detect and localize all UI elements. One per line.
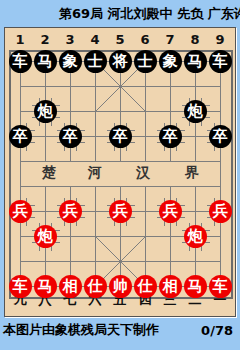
piece-glyph: 兵 (113, 204, 128, 219)
piece-glyph: 卒 (163, 129, 178, 144)
piece-glyph: 马 (188, 54, 203, 69)
piece-glyph: 相 (163, 279, 178, 294)
piece-glyph: 相 (63, 279, 78, 294)
footer-bar: 本图片由象棋残局天下制作 0/78 (0, 320, 240, 340)
piece-glyph: 兵 (13, 204, 28, 219)
piece-glyph: 兵 (63, 204, 78, 219)
red-piece: 马 (184, 275, 207, 298)
red-piece: 相 (159, 275, 182, 298)
red-piece: 相 (59, 275, 82, 298)
frame-counter: 0/78 (201, 323, 233, 338)
red-piece: 马 (34, 275, 57, 298)
red-piece: 兵 (9, 200, 32, 223)
piece-glyph: 士 (88, 54, 103, 69)
piece-glyph: 马 (38, 279, 53, 294)
piece-glyph: 卒 (63, 129, 78, 144)
piece-glyph: 车 (13, 279, 28, 294)
red-piece: 仕 (134, 275, 157, 298)
piece-glyph: 卒 (13, 129, 28, 144)
black-piece: 车 (9, 50, 32, 73)
piece-glyph: 兵 (213, 204, 228, 219)
piece-glyph: 仕 (88, 279, 103, 294)
red-piece: 车 (209, 275, 232, 298)
piece-glyph: 象 (163, 54, 178, 69)
xiangqi-board: 123456789 九八七六五四三二一 楚河汉界 车马象士将士象马车炮炮卒卒卒卒… (4, 27, 236, 317)
caption-text: 本图片由象棋残局天下制作 (3, 321, 159, 339)
black-piece: 马 (34, 50, 57, 73)
black-piece: 将 (109, 50, 132, 73)
black-piece: 炮 (34, 100, 57, 123)
red-piece: 兵 (159, 200, 182, 223)
black-piece: 卒 (209, 125, 232, 148)
black-piece: 炮 (184, 100, 207, 123)
piece-glyph: 卒 (113, 129, 128, 144)
piece-glyph: 炮 (38, 229, 53, 244)
red-piece: 仕 (84, 275, 107, 298)
red-piece: 炮 (34, 225, 57, 248)
game-title: 第69局 河北刘殿中 先负 广东许银川 (59, 5, 240, 23)
file-number-label: 5 (108, 30, 133, 50)
file-number-label: 4 (83, 30, 108, 50)
file-numbers-top: 123456789 (8, 30, 233, 50)
piece-glyph: 炮 (38, 104, 53, 119)
piece-glyph: 车 (13, 54, 28, 69)
piece-glyph: 车 (213, 54, 228, 69)
red-piece: 炮 (184, 225, 207, 248)
black-piece: 象 (159, 50, 182, 73)
file-number-label: 9 (208, 30, 233, 50)
black-piece: 士 (84, 50, 107, 73)
pieces-layer: 车马象士将士象马车炮炮卒卒卒卒卒兵兵兵兵兵炮炮车马相仕帅仕相马车 (8, 49, 233, 299)
black-piece: 卒 (109, 125, 132, 148)
piece-glyph: 象 (63, 54, 78, 69)
piece-glyph: 帅 (113, 279, 128, 294)
file-number-label: 6 (133, 30, 158, 50)
red-piece: 兵 (109, 200, 132, 223)
file-number-label: 1 (8, 30, 33, 50)
piece-glyph: 士 (138, 54, 153, 69)
xiangqi-diagram-frame: { "title": "第69局 河北刘殿中 先负 广东许银川", "game"… (0, 0, 240, 350)
piece-glyph: 兵 (163, 204, 178, 219)
red-piece: 帅 (109, 275, 132, 298)
piece-glyph: 仕 (138, 279, 153, 294)
black-piece: 象 (59, 50, 82, 73)
black-piece: 卒 (9, 125, 32, 148)
piece-glyph: 炮 (188, 229, 203, 244)
piece-glyph: 卒 (213, 129, 228, 144)
black-piece: 马 (184, 50, 207, 73)
red-piece: 兵 (59, 200, 82, 223)
piece-glyph: 马 (188, 279, 203, 294)
piece-glyph: 车 (213, 279, 228, 294)
file-number-label: 3 (58, 30, 83, 50)
piece-glyph: 将 (113, 54, 128, 69)
black-piece: 车 (209, 50, 232, 73)
red-piece: 兵 (209, 200, 232, 223)
black-piece: 卒 (59, 125, 82, 148)
black-piece: 士 (134, 50, 157, 73)
file-number-label: 8 (183, 30, 208, 50)
file-number-label: 7 (158, 30, 183, 50)
black-piece: 卒 (159, 125, 182, 148)
piece-glyph: 炮 (188, 104, 203, 119)
file-number-label: 2 (33, 30, 58, 50)
red-piece: 车 (9, 275, 32, 298)
piece-glyph: 马 (38, 54, 53, 69)
